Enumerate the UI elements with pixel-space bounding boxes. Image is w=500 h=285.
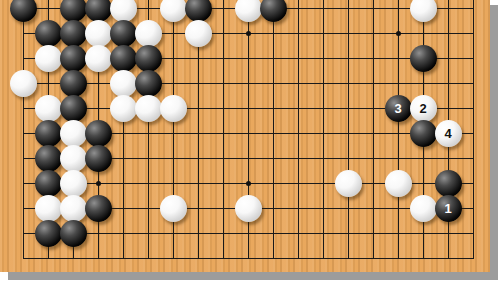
- white-stone: [185, 20, 212, 47]
- white-stone: [35, 45, 62, 72]
- black-stone: [60, 0, 87, 22]
- black-stone: [35, 170, 62, 197]
- black-stone: [85, 195, 112, 222]
- black-stone: [135, 70, 162, 97]
- white-stone: [110, 95, 137, 122]
- white-stone: [410, 195, 437, 222]
- white-stone: [135, 95, 162, 122]
- black-stone: [110, 20, 137, 47]
- move-number-label: 4: [444, 126, 451, 139]
- black-stone: [85, 0, 112, 22]
- white-stone: [110, 0, 137, 22]
- star-point: [396, 31, 401, 36]
- white-stone: [160, 195, 187, 222]
- move-number-label: 3: [394, 101, 401, 114]
- black-stone: [135, 45, 162, 72]
- white-stone: 4: [435, 120, 462, 147]
- white-stone: [60, 195, 87, 222]
- white-stone: [85, 20, 112, 47]
- white-stone: [235, 0, 262, 22]
- black-stone: [60, 95, 87, 122]
- white-stone: [85, 45, 112, 72]
- star-point: [96, 181, 101, 186]
- black-stone: [60, 20, 87, 47]
- white-stone: [110, 70, 137, 97]
- black-stone: [260, 0, 287, 22]
- white-stone: [60, 145, 87, 172]
- black-stone: [185, 0, 212, 22]
- black-stone: [410, 120, 437, 147]
- white-stone: [135, 20, 162, 47]
- black-stone: [10, 0, 37, 22]
- white-stone: [60, 170, 87, 197]
- black-stone: [60, 70, 87, 97]
- white-stone: 2: [410, 95, 437, 122]
- star-point: [246, 31, 251, 36]
- white-stone: [410, 0, 437, 22]
- white-stone: [60, 120, 87, 147]
- star-point: [246, 181, 251, 186]
- black-stone: [35, 145, 62, 172]
- black-stone: [35, 220, 62, 247]
- black-stone: 1: [435, 195, 462, 222]
- black-stone: [110, 45, 137, 72]
- white-stone: [385, 170, 412, 197]
- stones-layer: 3241: [0, 0, 500, 285]
- black-stone: [85, 145, 112, 172]
- white-stone: [35, 195, 62, 222]
- white-stone: [335, 170, 362, 197]
- black-stone: 3: [385, 95, 412, 122]
- white-stone: [160, 0, 187, 22]
- white-stone: [10, 70, 37, 97]
- white-stone: [35, 95, 62, 122]
- move-number-label: 1: [444, 201, 451, 214]
- black-stone: [85, 120, 112, 147]
- black-stone: [435, 170, 462, 197]
- black-stone: [60, 45, 87, 72]
- go-board-screenshot: 3241: [0, 0, 500, 285]
- move-number-label: 2: [419, 101, 426, 114]
- black-stone: [410, 45, 437, 72]
- black-stone: [35, 120, 62, 147]
- white-stone: [160, 95, 187, 122]
- black-stone: [60, 220, 87, 247]
- white-stone: [235, 195, 262, 222]
- black-stone: [35, 20, 62, 47]
